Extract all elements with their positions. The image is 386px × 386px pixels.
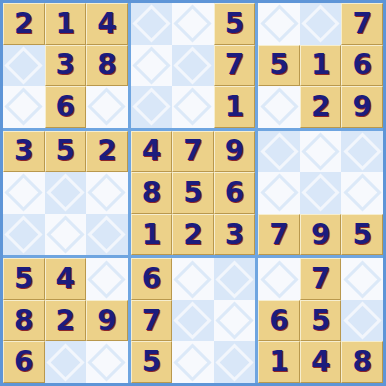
- cell-r3c7[interactable]: [258, 86, 300, 128]
- cell-value: 1: [225, 93, 244, 121]
- cell-r1c4[interactable]: [131, 3, 173, 45]
- cell-r4c7[interactable]: [258, 131, 300, 173]
- cell-value: 8: [352, 348, 371, 376]
- cell-r8c3[interactable]: 9: [86, 300, 128, 342]
- cell-value: 2: [14, 10, 33, 38]
- cell-r9c5[interactable]: [172, 341, 214, 383]
- cell-value: 1: [56, 10, 75, 38]
- cell-value: 5: [225, 10, 244, 38]
- box-r3c3: 765148: [258, 258, 383, 383]
- diamond-icon: [260, 5, 298, 43]
- cell-value: 3: [56, 51, 75, 79]
- cell-value: 5: [269, 51, 288, 79]
- cell-r4c2[interactable]: 5: [45, 131, 87, 173]
- diamond-icon: [302, 132, 340, 170]
- cell-r9c3[interactable]: [86, 341, 128, 383]
- cell-r4c8[interactable]: [300, 131, 342, 173]
- diamond-icon: [88, 215, 126, 253]
- cell-value: 5: [142, 348, 161, 376]
- cell-r8c8[interactable]: 5: [300, 300, 342, 342]
- cell-r8c2[interactable]: 2: [45, 300, 87, 342]
- cell-r8c6[interactable]: [214, 300, 256, 342]
- cell-r6c6[interactable]: 3: [214, 214, 256, 256]
- cell-r6c4[interactable]: 1: [131, 214, 173, 256]
- diamond-icon: [132, 46, 170, 84]
- cell-r1c7[interactable]: [258, 3, 300, 45]
- diamond-icon: [132, 88, 170, 126]
- cell-r6c3[interactable]: [86, 214, 128, 256]
- cell-r2c8[interactable]: 1: [300, 45, 342, 87]
- cell-r8c4[interactable]: 7: [131, 300, 173, 342]
- cell-r8c7[interactable]: 6: [258, 300, 300, 342]
- cell-r5c1[interactable]: [3, 172, 45, 214]
- cell-value: 5: [14, 265, 33, 293]
- cell-value: 4: [311, 348, 330, 376]
- diamond-icon: [88, 260, 126, 298]
- cell-value: 8: [142, 179, 161, 207]
- cell-value: 7: [352, 10, 371, 38]
- cell-r3c1[interactable]: [3, 86, 45, 128]
- cell-value: 7: [225, 51, 244, 79]
- cell-value: 9: [97, 307, 116, 335]
- cell-r4c6[interactable]: 9: [214, 131, 256, 173]
- cell-value: 6: [142, 265, 161, 293]
- cell-r6c1[interactable]: [3, 214, 45, 256]
- box-r1c1: 214386: [3, 3, 128, 128]
- diamond-icon: [215, 302, 253, 340]
- cell-value: 3: [225, 221, 244, 249]
- cell-value: 9: [352, 93, 371, 121]
- cell-value: 2: [311, 93, 330, 121]
- diamond-icon: [174, 343, 212, 381]
- cell-r1c9[interactable]: 7: [341, 3, 383, 45]
- cell-value: 1: [142, 221, 161, 249]
- cell-r8c5[interactable]: [172, 300, 214, 342]
- diamond-icon: [215, 260, 253, 298]
- cell-r3c8[interactable]: 2: [300, 86, 342, 128]
- diamond-icon: [88, 343, 126, 381]
- diamond-icon: [5, 46, 43, 84]
- cell-value: 6: [269, 307, 288, 335]
- cell-r6c5[interactable]: 2: [172, 214, 214, 256]
- cell-value: 5: [56, 137, 75, 165]
- cell-r2c9[interactable]: 6: [341, 45, 383, 87]
- cell-r9c1[interactable]: 6: [3, 341, 45, 383]
- box-r3c2: 675: [131, 258, 256, 383]
- cell-r7c5[interactable]: [172, 258, 214, 300]
- cell-value: 9: [225, 137, 244, 165]
- cell-r6c2[interactable]: [45, 214, 87, 256]
- diamond-icon: [5, 174, 43, 212]
- cell-r3c9[interactable]: 9: [341, 86, 383, 128]
- cell-value: 4: [142, 137, 161, 165]
- cell-r3c4[interactable]: [131, 86, 173, 128]
- cell-value: 6: [352, 51, 371, 79]
- cell-r2c1[interactable]: [3, 45, 45, 87]
- diamond-icon: [174, 302, 212, 340]
- cell-r2c3[interactable]: 8: [86, 45, 128, 87]
- cell-r4c9[interactable]: [341, 131, 383, 173]
- cell-r2c6[interactable]: 7: [214, 45, 256, 87]
- cell-r5c9[interactable]: [341, 172, 383, 214]
- cell-r1c3[interactable]: 4: [86, 3, 128, 45]
- cell-r8c9[interactable]: [341, 300, 383, 342]
- cell-r4c1[interactable]: 3: [3, 131, 45, 173]
- cell-r5c2[interactable]: [45, 172, 87, 214]
- cell-value: 6: [56, 93, 75, 121]
- cell-value: 1: [311, 51, 330, 79]
- box-r2c3: 795: [258, 131, 383, 256]
- cell-r1c2[interactable]: 1: [45, 3, 87, 45]
- cell-r6c7[interactable]: 7: [258, 214, 300, 256]
- box-r1c3: 751629: [258, 3, 383, 128]
- diamond-icon: [174, 260, 212, 298]
- cell-r7c3[interactable]: [86, 258, 128, 300]
- cell-value: 8: [97, 51, 116, 79]
- cell-value: 7: [269, 221, 288, 249]
- diamond-icon: [174, 5, 212, 43]
- diamond-icon: [46, 343, 84, 381]
- cell-value: 7: [311, 265, 330, 293]
- cell-r1c8[interactable]: [300, 3, 342, 45]
- cell-value: 1: [269, 348, 288, 376]
- cell-r9c2[interactable]: [45, 341, 87, 383]
- cell-r5c6[interactable]: 6: [214, 172, 256, 214]
- diamond-icon: [132, 5, 170, 43]
- diamond-icon: [343, 260, 381, 298]
- diamond-icon: [174, 46, 212, 84]
- diamond-icon: [260, 132, 298, 170]
- diamond-icon: [343, 132, 381, 170]
- cell-r2c5[interactable]: [172, 45, 214, 87]
- box-r2c1: 352: [3, 131, 128, 256]
- diamond-icon: [5, 88, 43, 126]
- cell-r7c9[interactable]: [341, 258, 383, 300]
- cell-value: 7: [183, 137, 202, 165]
- cell-r2c2[interactable]: 3: [45, 45, 87, 87]
- cell-r9c9[interactable]: 8: [341, 341, 383, 383]
- cell-r9c7[interactable]: 1: [258, 341, 300, 383]
- diamond-icon: [215, 343, 253, 381]
- cell-value: 4: [97, 10, 116, 38]
- cell-value: 5: [352, 221, 371, 249]
- cell-r5c5[interactable]: 5: [172, 172, 214, 214]
- cell-value: 6: [14, 348, 33, 376]
- cell-r9c8[interactable]: 4: [300, 341, 342, 383]
- diamond-icon: [88, 88, 126, 126]
- cell-r5c4[interactable]: 8: [131, 172, 173, 214]
- cell-r1c1[interactable]: 2: [3, 3, 45, 45]
- cell-r2c4[interactable]: [131, 45, 173, 87]
- cell-value: 2: [56, 307, 75, 335]
- cell-r9c6[interactable]: [214, 341, 256, 383]
- cell-r8c1[interactable]: 8: [3, 300, 45, 342]
- cell-r7c2[interactable]: 4: [45, 258, 87, 300]
- diamond-icon: [343, 302, 381, 340]
- cell-r3c6[interactable]: 1: [214, 86, 256, 128]
- cell-r4c3[interactable]: 2: [86, 131, 128, 173]
- diamond-icon: [88, 174, 126, 212]
- diamond-icon: [260, 88, 298, 126]
- cell-r7c4[interactable]: 6: [131, 258, 173, 300]
- cell-r1c5[interactable]: [172, 3, 214, 45]
- box-r2c2: 479856123: [131, 131, 256, 256]
- cell-r7c8[interactable]: 7: [300, 258, 342, 300]
- cell-value: 4: [56, 265, 75, 293]
- cell-r3c5[interactable]: [172, 86, 214, 128]
- cell-value: 5: [183, 179, 202, 207]
- cell-r5c7[interactable]: [258, 172, 300, 214]
- diamond-icon: [260, 174, 298, 212]
- cell-value: 2: [183, 221, 202, 249]
- cell-value: 2: [97, 137, 116, 165]
- diamond-icon: [46, 215, 84, 253]
- cell-r1c6[interactable]: 5: [214, 3, 256, 45]
- cell-value: 3: [14, 137, 33, 165]
- diamond-icon: [302, 174, 340, 212]
- box-r3c1: 548296: [3, 258, 128, 383]
- diamond-icon: [302, 5, 340, 43]
- cell-r6c8[interactable]: 9: [300, 214, 342, 256]
- cell-value: 5: [311, 307, 330, 335]
- cell-r9c4[interactable]: 5: [131, 341, 173, 383]
- cell-r3c2[interactable]: 6: [45, 86, 87, 128]
- diamond-icon: [343, 174, 381, 212]
- cell-r5c3[interactable]: [86, 172, 128, 214]
- cell-r4c5[interactable]: 7: [172, 131, 214, 173]
- cell-value: 6: [225, 179, 244, 207]
- diamond-icon: [5, 215, 43, 253]
- cell-r2c7[interactable]: 5: [258, 45, 300, 87]
- diamond-icon: [46, 174, 84, 212]
- cell-r7c1[interactable]: 5: [3, 258, 45, 300]
- diamond-icon: [260, 260, 298, 298]
- sudoku-board: 2143865717516293524798561237955482966757…: [0, 0, 386, 386]
- cell-value: 9: [311, 221, 330, 249]
- cell-r7c6[interactable]: [214, 258, 256, 300]
- cell-r4c4[interactable]: 4: [131, 131, 173, 173]
- cell-r7c7[interactable]: [258, 258, 300, 300]
- cell-value: 8: [14, 307, 33, 335]
- cell-r3c3[interactable]: [86, 86, 128, 128]
- box-r1c2: 571: [131, 3, 256, 128]
- cell-value: 7: [142, 307, 161, 335]
- cell-r6c9[interactable]: 5: [341, 214, 383, 256]
- cell-r5c8[interactable]: [300, 172, 342, 214]
- diamond-icon: [174, 88, 212, 126]
